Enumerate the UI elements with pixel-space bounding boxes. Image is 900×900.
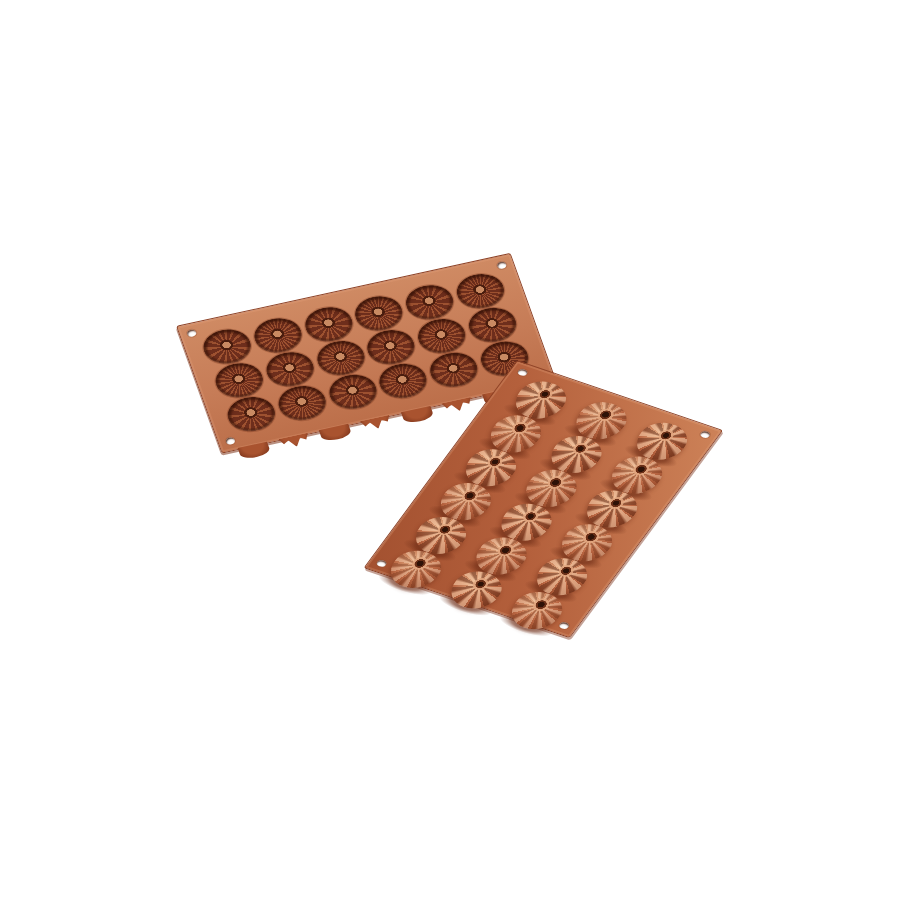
underside-bump-silhouette [278,433,311,450]
underside-bump-silhouette [401,406,435,425]
corner-hanging-hole [225,437,236,445]
underside-bump-silhouette [238,442,272,461]
product-photo-silicone-bundt-mold [0,0,900,900]
underside-bump-silhouette [319,424,353,443]
underside-bump-silhouette [360,415,393,432]
underside-bump-silhouette [441,397,474,414]
